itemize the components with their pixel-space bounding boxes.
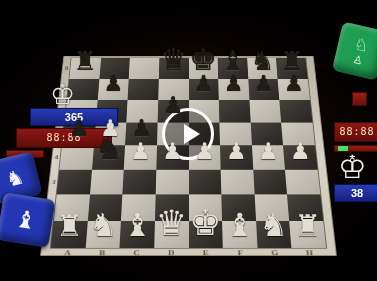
video-thumbnail-stage: ABCDEFGH12345678 ♜♛♚♝♞♜♟♟♟♟♟♟♟♟♟♞♟♟♟♟♟♟♜…: [0, 0, 377, 281]
square-c8[interactable]: [129, 58, 159, 79]
rank-label-4: 4: [52, 154, 61, 160]
square-a3[interactable]: [57, 169, 92, 194]
square-c3[interactable]: [123, 169, 157, 194]
rank-label-3: 3: [49, 179, 58, 186]
piece-white-p-h4[interactable]: ♟: [290, 140, 311, 163]
piece-white-p-f4[interactable]: ♟: [226, 140, 247, 163]
piece-black-r-a8[interactable]: ♜: [74, 48, 97, 74]
square-a4[interactable]: [59, 145, 93, 169]
square-g6[interactable]: [249, 100, 281, 122]
piece-white-r-a1[interactable]: ♜: [56, 211, 83, 241]
right-clock: 88:88: [334, 122, 377, 142]
piece-white-n-b1[interactable]: ♞: [89, 209, 118, 241]
piece-black-p-d6[interactable]: ♟: [163, 94, 184, 117]
square-b3[interactable]: [90, 169, 124, 194]
file-label-h: H: [299, 249, 320, 257]
square-c7[interactable]: [128, 79, 159, 100]
knight-outline-glyph-icon: ♘: [353, 35, 371, 54]
piece-white-p-e4[interactable]: ♟: [194, 140, 215, 163]
piece-black-p-a5[interactable]: ♟: [69, 116, 90, 139]
piece-white-b-f1[interactable]: ♝: [225, 209, 254, 241]
piece-white-p-c4[interactable]: ♟: [130, 140, 151, 163]
captured-piece-die-bishop: ♝: [0, 192, 55, 248]
piece-white-p-d4[interactable]: ♟: [162, 140, 183, 163]
file-label-e: E: [196, 249, 216, 257]
piece-black-p-c5[interactable]: ♟: [131, 116, 152, 139]
white-king-score-icon-right: ♔: [338, 148, 367, 186]
right-score-badge: 38: [334, 184, 377, 202]
piece-black-p-e7[interactable]: ♟: [194, 73, 214, 95]
square-f3[interactable]: [221, 169, 255, 194]
square-h3[interactable]: [285, 169, 320, 194]
file-label-c: C: [127, 249, 147, 257]
piece-black-p-f7[interactable]: ♟: [224, 73, 244, 95]
square-h6[interactable]: [280, 100, 313, 122]
square-f6[interactable]: [219, 100, 251, 122]
square-g3[interactable]: [253, 169, 287, 194]
rank-label-8: 8: [62, 66, 70, 71]
piece-black-q-d8[interactable]: ♛: [160, 45, 187, 75]
white-king-score-icon-left: ♔: [50, 78, 75, 111]
piece-black-p-b7[interactable]: ♟: [103, 73, 123, 95]
piece-black-p-g7[interactable]: ♟: [254, 73, 274, 95]
bonus-die-green: ♘ ♙: [332, 21, 377, 80]
piece-white-q-d1[interactable]: ♛: [156, 206, 187, 241]
piece-white-n-g1[interactable]: ♞: [259, 209, 288, 241]
knight-glyph-icon: ♞: [4, 166, 26, 190]
pawn-outline-glyph-icon: ♙: [352, 53, 364, 66]
square-e3[interactable]: [189, 169, 222, 194]
piece-black-n-b4[interactable]: ♞: [95, 134, 122, 164]
piece-black-p-h7[interactable]: ♟: [284, 73, 304, 95]
piece-white-p-g4[interactable]: ♟: [258, 140, 279, 163]
piece-white-k-e1[interactable]: ♚: [189, 205, 221, 241]
piece-white-r-h1[interactable]: ♜: [294, 211, 321, 241]
file-label-f: F: [230, 249, 250, 257]
piece-white-b-c1[interactable]: ♝: [123, 209, 152, 241]
file-label-b: B: [92, 249, 113, 257]
file-label-d: D: [161, 249, 181, 257]
right-small-red-chip: [352, 92, 367, 106]
file-label-g: G: [265, 249, 286, 257]
bishop-glyph-icon: ♝: [13, 206, 38, 233]
file-label-a: A: [57, 249, 78, 257]
square-d3[interactable]: [156, 169, 189, 194]
